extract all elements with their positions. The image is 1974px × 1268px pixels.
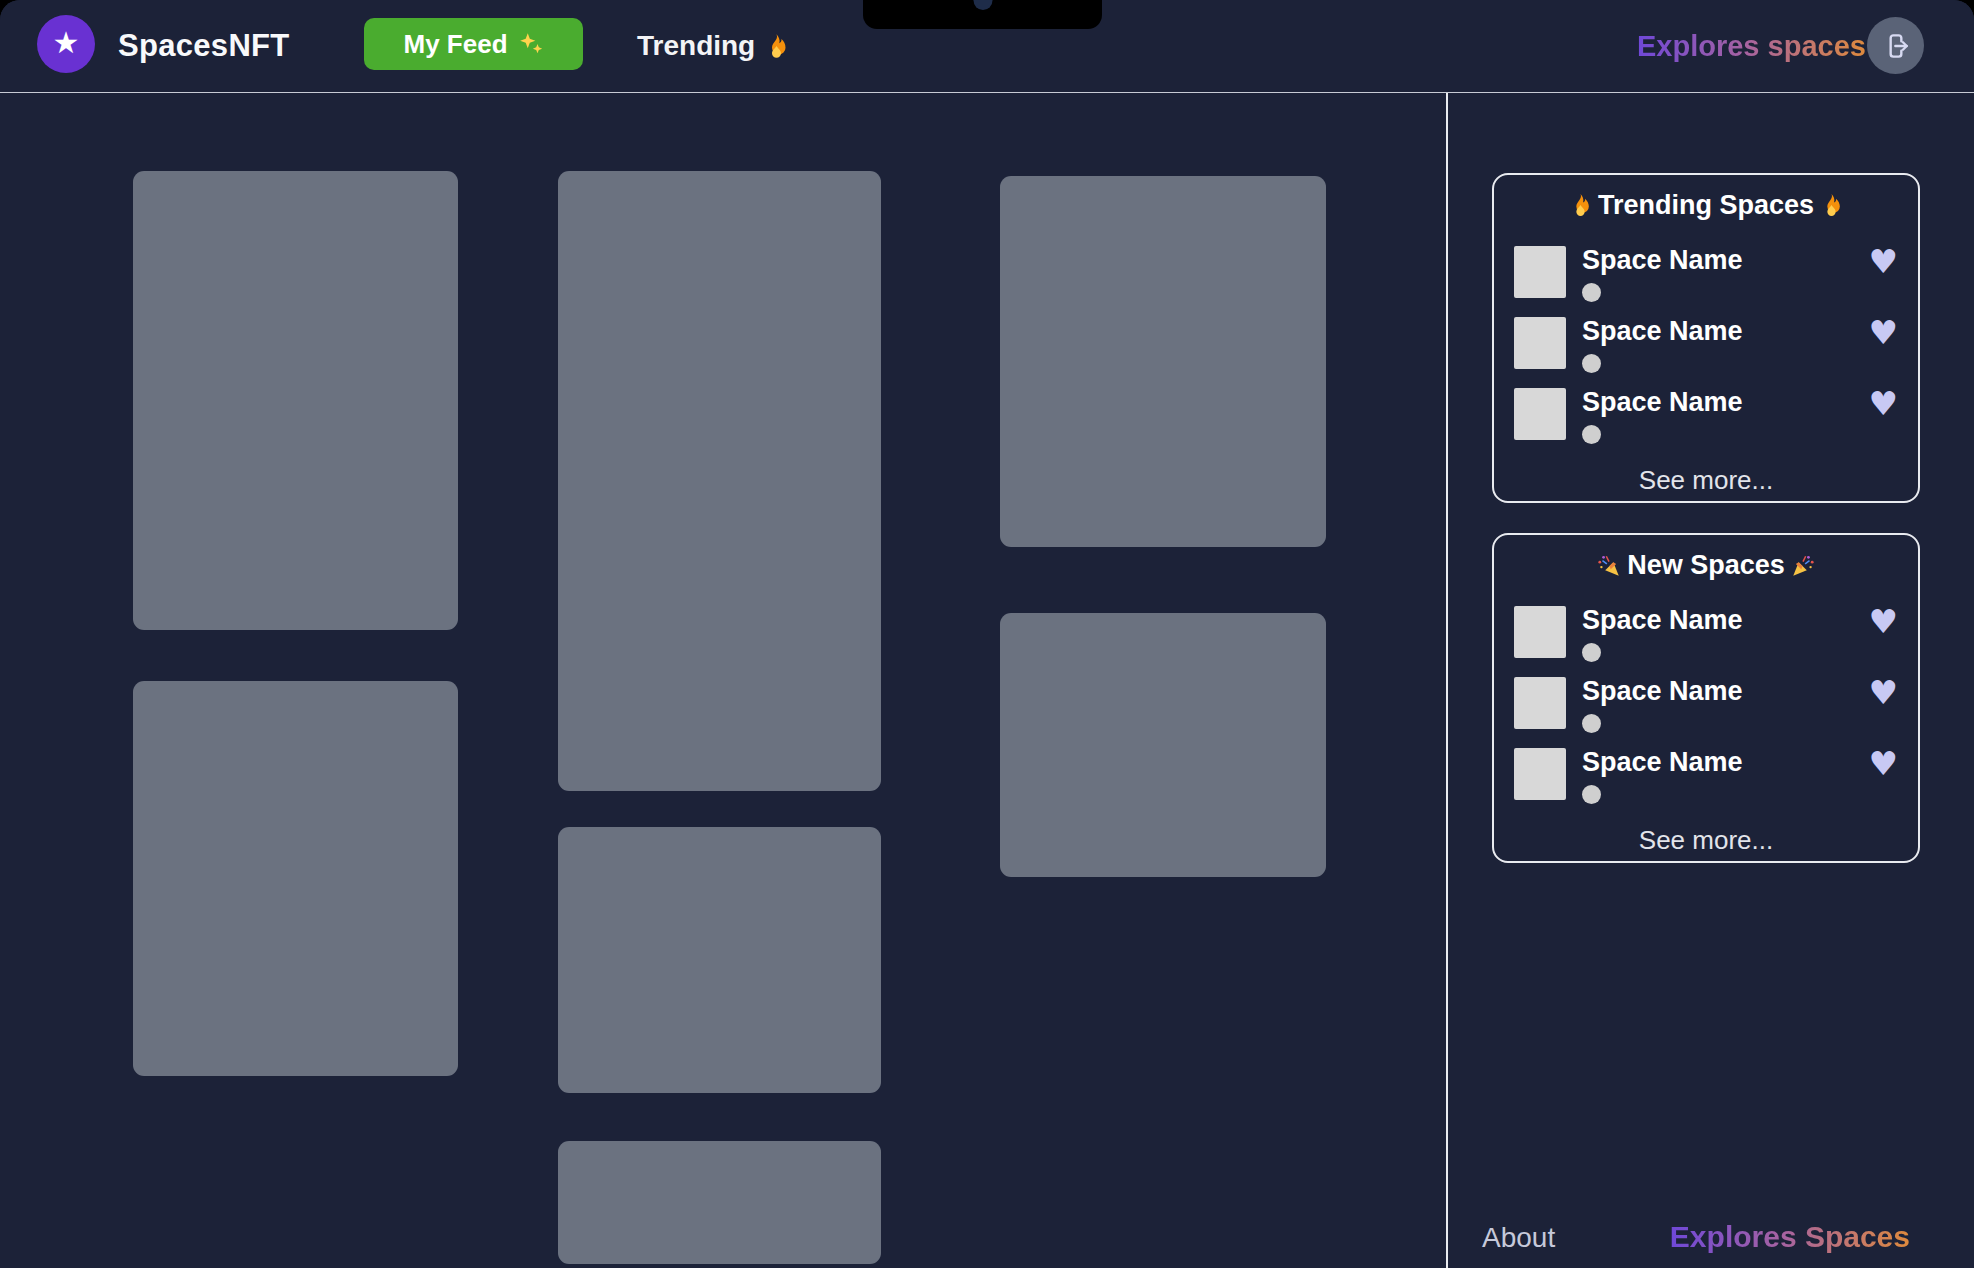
space-avatar <box>1514 677 1566 729</box>
explores-spaces-footer-link[interactable]: Explores Spaces <box>1670 1220 1910 1254</box>
new-spaces-title: New Spaces <box>1514 550 1898 581</box>
party-popper-icon <box>1790 553 1816 579</box>
trending-nav-item[interactable]: Trending <box>637 30 790 62</box>
nft-card-placeholder[interactable] <box>133 681 458 1076</box>
logout-button[interactable] <box>1867 17 1924 74</box>
panel-title-text: New Spaces <box>1627 550 1785 581</box>
space-name: Space Name <box>1582 246 1743 275</box>
camera-lens-icon <box>973 0 992 10</box>
owner-avatar-dot <box>1582 643 1601 662</box>
app-logo[interactable]: ★ <box>37 15 95 73</box>
about-link[interactable]: About <box>1482 1222 1555 1254</box>
trending-spaces-panel: Trending Spaces Space Name ♥ Space Name <box>1492 173 1920 503</box>
nft-card-placeholder[interactable] <box>558 827 881 1093</box>
fire-icon <box>763 33 790 60</box>
owner-avatar-dot <box>1582 714 1601 733</box>
space-list-item[interactable]: Space Name ♥ <box>1514 677 1898 733</box>
space-list-item[interactable]: Space Name ♥ <box>1514 606 1898 662</box>
nft-card-placeholder[interactable] <box>133 171 458 630</box>
nft-card-placeholder[interactable] <box>558 171 881 791</box>
heart-icon[interactable]: ♥ <box>1868 246 1898 277</box>
space-avatar <box>1514 246 1566 298</box>
fire-icon <box>1568 193 1593 218</box>
panel-title-text: Trending Spaces <box>1598 190 1814 221</box>
owner-avatar-dot <box>1582 354 1601 373</box>
camera-notch <box>863 0 1102 29</box>
sidebar-footer: About Explores Spaces <box>1448 1220 1974 1254</box>
space-list-item[interactable]: Space Name ♥ <box>1514 388 1898 444</box>
heart-icon[interactable]: ♥ <box>1868 606 1898 637</box>
space-avatar <box>1514 388 1566 440</box>
heart-icon[interactable]: ♥ <box>1868 388 1898 419</box>
fire-icon <box>1819 193 1844 218</box>
see-more-link[interactable]: See more... <box>1514 825 1898 856</box>
space-name: Space Name <box>1582 677 1743 706</box>
owner-avatar-dot <box>1582 785 1601 804</box>
space-avatar <box>1514 606 1566 658</box>
heart-icon[interactable]: ♥ <box>1868 317 1898 348</box>
heart-icon[interactable]: ♥ <box>1868 677 1898 708</box>
space-list-item[interactable]: Space Name ♥ <box>1514 246 1898 302</box>
space-avatar <box>1514 748 1566 800</box>
space-avatar <box>1514 317 1566 369</box>
space-list-item[interactable]: Space Name ♥ <box>1514 317 1898 373</box>
heart-icon[interactable]: ♥ <box>1868 748 1898 779</box>
sidebar: Trending Spaces Space Name ♥ Space Name <box>1446 93 1974 1268</box>
explores-spaces-link[interactable]: Explores spaces <box>1637 30 1866 63</box>
brand-title: SpacesNFT <box>118 28 290 64</box>
my-feed-button[interactable]: My Feed <box>364 18 583 70</box>
space-list-item[interactable]: Space Name ♥ <box>1514 748 1898 804</box>
owner-avatar-dot <box>1582 283 1601 302</box>
star-icon: ★ <box>53 28 80 58</box>
party-popper-icon <box>1596 553 1622 579</box>
trending-spaces-title: Trending Spaces <box>1514 190 1898 221</box>
see-more-link[interactable]: See more... <box>1514 465 1898 496</box>
space-name: Space Name <box>1582 606 1743 635</box>
space-name: Space Name <box>1582 317 1743 346</box>
owner-avatar-dot <box>1582 425 1601 444</box>
nft-card-placeholder[interactable] <box>1000 176 1326 547</box>
app-window: ★ SpacesNFT My Feed Trending Explores sp… <box>0 0 1974 1268</box>
trending-label: Trending <box>637 30 755 62</box>
logout-icon <box>1880 30 1912 62</box>
space-name: Space Name <box>1582 748 1743 777</box>
sparkles-icon <box>518 31 544 57</box>
space-name: Space Name <box>1582 388 1743 417</box>
new-spaces-panel: New Spaces Space Name ♥ <box>1492 533 1920 863</box>
my-feed-label: My Feed <box>403 29 507 60</box>
nft-card-placeholder[interactable] <box>558 1141 881 1264</box>
nft-card-placeholder[interactable] <box>1000 613 1326 877</box>
